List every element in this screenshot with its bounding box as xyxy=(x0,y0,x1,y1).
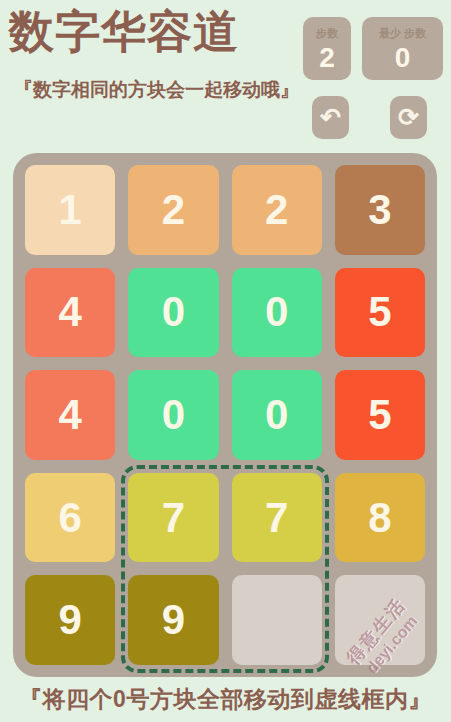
tile-4[interactable]: 4 xyxy=(25,268,115,358)
undo-button[interactable]: ↶ xyxy=(312,96,349,139)
tile-5[interactable]: 5 xyxy=(335,370,425,460)
steps-label: 步数 xyxy=(303,26,351,41)
empty-cell xyxy=(232,575,322,665)
tile-0[interactable]: 0 xyxy=(128,268,218,358)
tile-0[interactable]: 0 xyxy=(232,268,322,358)
tile-0[interactable]: 0 xyxy=(128,370,218,460)
tile-0[interactable]: 0 xyxy=(232,370,322,460)
tile-7[interactable]: 7 xyxy=(232,473,322,563)
tile-2[interactable]: 2 xyxy=(232,165,322,255)
steps-value: 2 xyxy=(303,42,351,74)
steps-badge: 步数 2 xyxy=(303,17,351,80)
tile-9[interactable]: 9 xyxy=(25,575,115,665)
tile-3[interactable]: 3 xyxy=(335,165,425,255)
board-grid: 122340054005677899 xyxy=(25,165,425,665)
page-title: 数字华容道 xyxy=(9,6,239,58)
tile-6[interactable]: 6 xyxy=(25,473,115,563)
tile-9[interactable]: 9 xyxy=(128,575,218,665)
restart-icon: ⟳ xyxy=(398,105,419,130)
restart-button[interactable]: ⟳ xyxy=(390,96,427,139)
tile-1[interactable]: 1 xyxy=(25,165,115,255)
tile-2[interactable]: 2 xyxy=(128,165,218,255)
min-steps-value: 0 xyxy=(362,42,443,74)
hint-text: 『数字相同的方块会一起移动哦』 xyxy=(14,77,299,103)
min-steps-badge: 最少 步数 0 xyxy=(362,17,443,80)
tile-7[interactable]: 7 xyxy=(128,473,218,563)
objective-text: 『将四个0号方块全部移动到虚线框内』 xyxy=(0,684,451,715)
tile-4[interactable]: 4 xyxy=(25,370,115,460)
tile-5[interactable]: 5 xyxy=(335,268,425,358)
min-steps-label: 最少 步数 xyxy=(362,26,443,41)
undo-icon: ↶ xyxy=(320,105,341,130)
puzzle-board: 122340054005677899 xyxy=(13,153,437,677)
empty-cell xyxy=(335,575,425,665)
tile-8[interactable]: 8 xyxy=(335,473,425,563)
